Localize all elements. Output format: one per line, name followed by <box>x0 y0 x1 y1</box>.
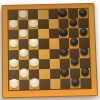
black-man[interactable]: ⛂ <box>69 38 78 46</box>
square-r7c6[interactable]: ⛂ <box>60 68 70 78</box>
white-man[interactable]: ⛀ <box>19 10 27 18</box>
square-r1c4[interactable] <box>38 10 48 20</box>
square-r7c2[interactable]: ⛀ <box>19 69 29 79</box>
square-r8c7[interactable]: ⛂ <box>70 78 81 88</box>
square-r4c3[interactable]: ⛀ <box>29 39 39 49</box>
square-r6c5[interactable] <box>49 58 59 68</box>
square-r6c4[interactable] <box>39 59 49 69</box>
square-r8c1[interactable]: ⛀ <box>9 80 19 90</box>
square-r8c3[interactable]: ⛀ <box>29 79 39 89</box>
black-man[interactable]: ⛂ <box>59 28 68 36</box>
square-r4c1[interactable]: ⛀ <box>9 40 19 50</box>
square-r6c3[interactable]: ⛀ <box>29 59 39 69</box>
white-man[interactable]: ⛀ <box>19 29 28 37</box>
black-man[interactable]: ⛂ <box>70 58 79 66</box>
black-man[interactable]: ⛂ <box>81 67 90 75</box>
black-man[interactable]: ⛂ <box>59 9 68 17</box>
square-r1c2[interactable]: ⛀ <box>18 10 28 20</box>
square-r3c2[interactable]: ⛀ <box>19 30 29 40</box>
photo-background: ⛀⛂⛂⛀⛀⛂⛀⛂⛂⛀⛀⛂⛀⛂⛂⛀⛀⛂⛀⛂⛂⛀⛀⛂ <box>0 0 100 100</box>
black-man[interactable]: ⛂ <box>79 28 88 36</box>
square-r2c1[interactable]: ⛀ <box>9 20 19 30</box>
square-r3c6[interactable]: ⛂ <box>58 29 68 39</box>
square-r8c8[interactable] <box>80 78 91 88</box>
white-man[interactable]: ⛀ <box>30 58 39 66</box>
square-r3c8[interactable]: ⛂ <box>78 28 88 38</box>
white-man[interactable]: ⛀ <box>9 39 18 47</box>
white-man[interactable]: ⛀ <box>20 69 29 77</box>
square-r6c1[interactable]: ⛀ <box>9 59 19 69</box>
square-r5c2[interactable]: ⛀ <box>19 49 29 59</box>
square-r4c4[interactable] <box>39 39 49 49</box>
square-r6c7[interactable]: ⛂ <box>69 58 79 68</box>
board-grid: ⛀⛂⛂⛀⛀⛂⛀⛂⛂⛀⛀⛂⛀⛂⛂⛀⛀⛂⛀⛂⛂⛀⛀⛂ <box>7 8 91 91</box>
checkers-board-frame: ⛀⛂⛂⛀⛀⛂⛀⛂⛂⛀⛀⛂⛀⛂⛂⛀⛀⛂⛀⛂⛂⛀⛀⛂ <box>2 3 99 99</box>
square-r5c8[interactable]: ⛂ <box>79 48 89 58</box>
square-r8c6[interactable] <box>60 78 70 88</box>
black-man[interactable]: ⛂ <box>60 68 69 76</box>
square-r1c6[interactable]: ⛂ <box>58 9 68 19</box>
square-r8c5[interactable] <box>50 79 60 89</box>
square-r1c5[interactable] <box>48 9 58 19</box>
black-man[interactable]: ⛂ <box>71 78 80 87</box>
square-r2c4[interactable] <box>38 19 48 29</box>
square-r7c4[interactable] <box>39 69 49 79</box>
white-man[interactable]: ⛀ <box>29 39 38 47</box>
square-r2c3[interactable]: ⛀ <box>28 20 38 30</box>
white-man[interactable]: ⛀ <box>29 19 37 27</box>
square-r5c4[interactable] <box>39 49 49 59</box>
square-r3c5[interactable] <box>48 29 58 39</box>
square-r1c8[interactable]: ⛂ <box>78 9 88 19</box>
white-man[interactable]: ⛀ <box>20 49 29 57</box>
square-r2c7[interactable]: ⛂ <box>68 19 78 29</box>
square-r5c6[interactable]: ⛂ <box>59 48 69 58</box>
square-r7c8[interactable]: ⛂ <box>80 68 91 78</box>
white-man[interactable]: ⛀ <box>30 79 39 88</box>
black-man[interactable]: ⛂ <box>69 18 78 26</box>
black-man[interactable]: ⛂ <box>60 48 69 56</box>
square-r8c2[interactable] <box>19 79 29 89</box>
square-r5c5[interactable] <box>49 49 59 59</box>
square-r7c5[interactable] <box>49 69 59 79</box>
black-man[interactable]: ⛂ <box>78 8 87 16</box>
black-man[interactable]: ⛂ <box>80 47 89 55</box>
square-r2c5[interactable] <box>48 19 58 29</box>
white-man[interactable]: ⛀ <box>9 20 17 28</box>
square-r4c7[interactable]: ⛂ <box>69 38 79 48</box>
square-r8c4[interactable] <box>40 79 50 89</box>
square-r3c4[interactable] <box>39 29 49 39</box>
white-man[interactable]: ⛀ <box>10 59 19 67</box>
square-r4c5[interactable] <box>49 39 59 49</box>
white-man[interactable]: ⛀ <box>10 79 19 88</box>
